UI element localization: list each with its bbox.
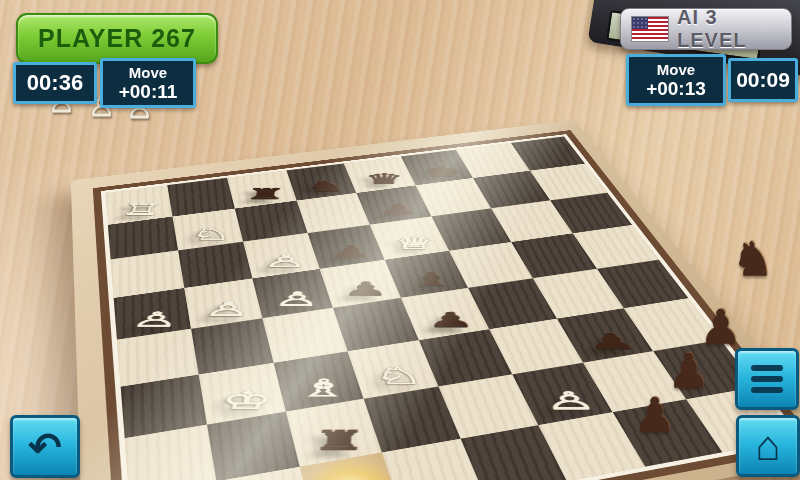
menu-button[interactable] xyxy=(735,348,799,410)
player-name-button[interactable]: PLAYER 267 xyxy=(16,13,218,64)
home-button[interactable]: ⌂ xyxy=(736,415,800,477)
white-king: ♔ xyxy=(205,387,288,413)
white-knight: ♘ xyxy=(360,363,437,388)
black-rook: ♜ xyxy=(233,186,297,202)
ai-level-button[interactable]: AI 3 LEVEL xyxy=(620,8,792,50)
undo-icon: ↶ xyxy=(28,424,62,470)
undo-button[interactable]: ↶ xyxy=(10,415,80,478)
black-king: ♚ xyxy=(412,164,472,179)
board-frame: ♖♜♞♛♚♘♟♙♟♕♙♙♙♟♝♟♔♗♘♟♜♙♖ xyxy=(71,120,800,480)
player-move-label: Move xyxy=(129,64,167,81)
black-queen: ♛ xyxy=(354,171,414,186)
white-rook: ♖ xyxy=(107,201,175,218)
white-pawn: ♙ xyxy=(116,309,194,331)
black-pawn: ♟ xyxy=(317,242,384,261)
black-rook: ♜ xyxy=(297,426,380,455)
black-pawn: ♟ xyxy=(414,309,487,331)
player-move-time: +00:11 xyxy=(119,81,178,102)
player-move-timer: Move +00:11 xyxy=(100,58,196,108)
white-bishop: ♗ xyxy=(283,375,362,401)
ai-clock-value: 00:09 xyxy=(736,68,790,92)
player-clock-value: 00:36 xyxy=(27,70,83,96)
black-pawn: ♟ xyxy=(367,201,430,218)
player-name-label: PLAYER 267 xyxy=(38,24,196,53)
ai-move-timer: Move +00:13 xyxy=(626,54,726,106)
white-pawn: ♙ xyxy=(528,387,611,413)
white-pawn: ♙ xyxy=(189,298,264,319)
menu-icon xyxy=(751,365,783,393)
chess-board[interactable]: ♖♜♞♛♚♘♟♙♟♕♙♙♙♟♝♟♔♗♘♟♜♙♖ xyxy=(101,134,800,480)
home-icon: ⌂ xyxy=(755,426,780,466)
white-pawn: ♙ xyxy=(250,251,319,270)
ai-level-label: AI 3 LEVEL xyxy=(677,6,781,52)
board-scene: ♖♜♞♛♚♘♟♙♟♕♙♙♙♟♝♟♔♗♘♟♜♙♖ xyxy=(71,120,800,480)
player-clock: 00:36 xyxy=(13,62,97,104)
black-knight: ♞ xyxy=(294,178,356,194)
black-pawn: ♟ xyxy=(330,279,400,299)
ai-move-time: +00:13 xyxy=(646,78,706,99)
us-flag-icon xyxy=(631,16,669,42)
ai-clock: 00:09 xyxy=(728,58,798,102)
white-knight: ♘ xyxy=(176,225,245,243)
ai-move-label: Move xyxy=(657,61,695,78)
white-queen: ♕ xyxy=(381,234,447,252)
black-bishop: ♝ xyxy=(397,270,466,290)
captured-black-knight: ♞ xyxy=(732,232,773,286)
white-pawn: ♙ xyxy=(260,289,332,310)
game-screen: ♖♜♞♛♚♘♟♙♟♕♙♙♙♟♝♟♔♗♘♟♜♙♖ ♙ ♙ ♙ ♟ ♟ ♟ ♞ PL… xyxy=(0,0,800,480)
